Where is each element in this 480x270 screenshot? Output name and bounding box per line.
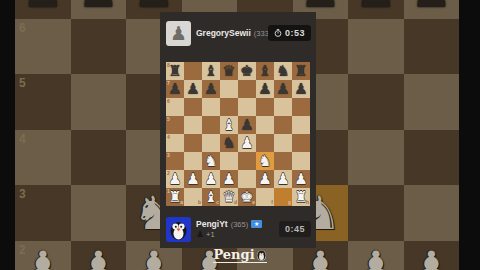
square-b7[interactable]: ♟ <box>184 80 202 98</box>
pengi-logo: Pengi <box>0 248 480 263</box>
square-e5[interactable]: ♟ <box>238 116 256 134</box>
file-label-h: h <box>306 200 309 205</box>
black-rook-a8[interactable]: ♜ <box>168 62 181 80</box>
black-knight-d4[interactable]: ♞ <box>222 134 235 152</box>
file-label-g: g <box>288 200 291 205</box>
square-a4[interactable]: 4 <box>166 134 184 152</box>
white-pawn-b2[interactable]: ♟ <box>186 170 199 188</box>
rank-label-5: 5 <box>167 117 170 122</box>
square-c6[interactable] <box>202 98 220 116</box>
square-f3[interactable]: ♞ <box>256 152 274 170</box>
pawn-avatar-icon: ♟ <box>170 21 187 46</box>
white-bishop-d5[interactable]: ♝ <box>222 116 235 134</box>
bottom-player-clock: 0:45 <box>279 221 311 237</box>
square-d4[interactable]: ♞ <box>220 134 238 152</box>
black-knight-g8[interactable]: ♞ <box>276 62 289 80</box>
square-a7[interactable]: 7♟ <box>166 80 184 98</box>
square-c5[interactable] <box>202 116 220 134</box>
square-g4[interactable] <box>274 134 292 152</box>
square-f1[interactable]: f <box>256 188 274 206</box>
square-d2[interactable]: ♟ <box>220 170 238 188</box>
bg-rank-label-5: 5 <box>19 76 26 90</box>
square-a2[interactable]: 2♟ <box>166 170 184 188</box>
square-h4[interactable] <box>292 134 310 152</box>
square-b2[interactable]: ♟ <box>184 170 202 188</box>
white-pawn-f2[interactable]: ♟ <box>258 170 271 188</box>
screen: ♟♟♟♟♟♟65♝♟4♞♟3♞♞2♟♟♟♟♟♟♟ ♟ GregorySewii … <box>0 0 480 270</box>
bg-square-b7: ♟ <box>71 0 127 19</box>
square-e2[interactable] <box>238 170 256 188</box>
square-a1[interactable]: 1a♜ <box>166 188 184 206</box>
black-pawn-b7[interactable]: ♟ <box>186 80 199 98</box>
bg-square-a5: 5 <box>15 74 71 130</box>
rank-label-7: 7 <box>167 81 170 86</box>
black-bishop-c8[interactable]: ♝ <box>204 62 217 80</box>
square-b5[interactable] <box>184 116 202 134</box>
bg-square-h3 <box>404 185 460 241</box>
bottom-player-avatar[interactable] <box>166 217 191 242</box>
file-label-c: c <box>216 200 219 205</box>
black-pawn-f7[interactable]: ♟ <box>258 80 271 98</box>
bg-rank-label-3: 3 <box>19 187 26 201</box>
bg-square-a7: ♟ <box>15 0 71 19</box>
bg-square-b6 <box>71 19 127 75</box>
square-d5[interactable]: ♝ <box>220 116 238 134</box>
black-queen-d8[interactable]: ♛ <box>222 62 235 80</box>
black-pawn-e5[interactable]: ♟ <box>240 116 253 134</box>
black-king-e8[interactable]: ♚ <box>240 62 253 80</box>
bg-square-g3 <box>348 185 404 241</box>
top-player-info: GregorySewii (333) <box>196 28 268 38</box>
rank-label-3: 3 <box>167 153 170 158</box>
square-h3[interactable] <box>292 152 310 170</box>
clock-icon <box>274 29 282 37</box>
square-c2[interactable]: ♟ <box>202 170 220 188</box>
square-h1[interactable]: h♜ <box>292 188 310 206</box>
white-pawn-a2[interactable]: ♟ <box>168 170 181 188</box>
bg-rank-label-4: 4 <box>19 132 26 146</box>
square-e4[interactable]: ♟ <box>238 134 256 152</box>
white-pawn-e4[interactable]: ♟ <box>240 134 253 152</box>
penguin-logo-icon <box>256 249 267 261</box>
bg-black-pawn: ♟ <box>22 0 63 14</box>
bottom-clock-time: 0:45 <box>285 224 305 234</box>
file-label-f: f <box>271 200 273 205</box>
top-player-name[interactable]: GregorySewii <box>196 28 251 38</box>
square-f8[interactable]: ♝ <box>256 62 274 80</box>
bg-square-a3: 3 <box>15 185 71 241</box>
black-pawn-c7[interactable]: ♟ <box>204 80 217 98</box>
square-e1[interactable]: e♚ <box>238 188 256 206</box>
square-h2[interactable]: ♟ <box>292 170 310 188</box>
black-pawn-g7[interactable]: ♟ <box>276 80 289 98</box>
bg-square-g7: ♟ <box>348 0 404 19</box>
square-b3[interactable] <box>184 152 202 170</box>
white-knight-c3[interactable]: ♞ <box>204 152 217 170</box>
black-pawn-h7[interactable]: ♟ <box>294 80 307 98</box>
bg-square-g4 <box>348 130 404 186</box>
square-g8[interactable]: ♞ <box>274 62 292 80</box>
square-g7[interactable]: ♟ <box>274 80 292 98</box>
material-advantage: +1 <box>206 230 215 239</box>
square-g1[interactable]: g <box>274 188 292 206</box>
bg-black-pawn: ♟ <box>78 0 119 14</box>
square-a3[interactable]: 3 <box>166 152 184 170</box>
rank-label-2: 2 <box>167 171 170 176</box>
square-h6[interactable] <box>292 98 310 116</box>
square-g5[interactable] <box>274 116 292 134</box>
bg-square-b4 <box>71 130 127 186</box>
square-e6[interactable] <box>238 98 256 116</box>
white-pawn-c2[interactable]: ♟ <box>204 170 217 188</box>
square-c7[interactable]: ♟ <box>202 80 220 98</box>
bottom-player-name[interactable]: PengiYt <box>196 219 228 229</box>
bg-square-g6 <box>348 19 404 75</box>
square-b4[interactable] <box>184 134 202 152</box>
square-a8[interactable]: 8♜ <box>166 62 184 80</box>
bg-square-h5 <box>404 74 460 130</box>
bg-square-a6: 6 <box>15 19 71 75</box>
bg-black-pawn: ♟ <box>411 0 452 14</box>
square-d3[interactable] <box>220 152 238 170</box>
square-c1[interactable]: c♝ <box>202 188 220 206</box>
square-f5[interactable] <box>256 116 274 134</box>
rank-label-8: 8 <box>167 63 170 68</box>
square-e3[interactable] <box>238 152 256 170</box>
file-label-d: d <box>234 200 237 205</box>
square-f6[interactable] <box>256 98 274 116</box>
top-player-avatar[interactable]: ♟ <box>166 21 191 46</box>
square-e8[interactable]: ♚ <box>238 62 256 80</box>
bg-square-h6 <box>404 19 460 75</box>
square-g6[interactable] <box>274 98 292 116</box>
black-bishop-f8[interactable]: ♝ <box>258 62 271 80</box>
square-c4[interactable] <box>202 134 220 152</box>
top-clock-time: 0:53 <box>285 28 305 38</box>
bg-square-h7: ♟ <box>404 0 460 19</box>
square-h7[interactable]: ♟ <box>292 80 310 98</box>
square-b8[interactable] <box>184 62 202 80</box>
rank-label-6: 6 <box>167 99 170 104</box>
bg-black-pawn: ♟ <box>355 0 396 14</box>
square-b6[interactable] <box>184 98 202 116</box>
square-h8[interactable]: ♜ <box>292 62 310 80</box>
square-d7[interactable] <box>220 80 238 98</box>
file-label-a: a <box>180 200 183 205</box>
black-pawn-a7[interactable]: ♟ <box>168 80 181 98</box>
square-c3[interactable]: ♞ <box>202 152 220 170</box>
chessboard[interactable]: 8♜♝♛♚♝♞♜7♟♟♟♟♟♟65♝♟4♞♟3♞♞2♟♟♟♟♟♟♟1a♜bc♝d… <box>166 62 310 206</box>
bg-square-b3 <box>71 185 127 241</box>
square-e7[interactable] <box>238 80 256 98</box>
logo-text: Pengi <box>213 248 254 261</box>
bottom-player-rating: (365) <box>231 220 249 229</box>
file-label-b: b <box>198 200 201 205</box>
blue-star-flag-icon: ★ <box>251 220 262 228</box>
bg-square-b5 <box>71 74 127 130</box>
white-pawn-h2[interactable]: ♟ <box>294 170 307 188</box>
square-c8[interactable]: ♝ <box>202 62 220 80</box>
square-d8[interactable]: ♛ <box>220 62 238 80</box>
bg-square-g5 <box>348 74 404 130</box>
game-panel: ♟ GregorySewii (333) 0:53 8♜♝♛♚♝♞♜7♟♟♟♟♟… <box>160 12 316 248</box>
square-f7[interactable]: ♟ <box>256 80 274 98</box>
black-rook-h8[interactable]: ♜ <box>294 62 307 80</box>
square-f2[interactable]: ♟ <box>256 170 274 188</box>
top-player-bar: ♟ GregorySewii (333) 0:53 <box>166 18 311 48</box>
square-a5[interactable]: 5 <box>166 116 184 134</box>
bg-square-h4 <box>404 130 460 186</box>
rank-label-4: 4 <box>167 135 170 140</box>
square-d1[interactable]: d♛ <box>220 188 238 206</box>
white-pawn-d2[interactable]: ♟ <box>222 170 235 188</box>
bg-square-a4: 4 <box>15 130 71 186</box>
penguin-avatar-icon <box>166 217 191 242</box>
bottom-player-bar: PengiYt (365) ★ ♟ +1 0:45 <box>166 214 311 244</box>
bottom-player-info: PengiYt (365) ★ ♟ +1 <box>196 219 279 239</box>
square-b1[interactable]: b <box>184 188 202 206</box>
square-h5[interactable] <box>292 116 310 134</box>
square-g2[interactable]: ♟ <box>274 170 292 188</box>
square-d6[interactable] <box>220 98 238 116</box>
white-knight-f3[interactable]: ♞ <box>258 152 271 170</box>
square-g3[interactable] <box>274 152 292 170</box>
captured-pawn-icon: ♟ <box>196 230 204 239</box>
rank-label-1: 1 <box>167 189 170 194</box>
white-pawn-g2[interactable]: ♟ <box>276 170 289 188</box>
top-player-clock: 0:53 <box>268 25 311 41</box>
square-f4[interactable] <box>256 134 274 152</box>
file-label-e: e <box>252 200 255 205</box>
square-a6[interactable]: 6 <box>166 98 184 116</box>
bg-rank-label-6: 6 <box>19 21 26 35</box>
